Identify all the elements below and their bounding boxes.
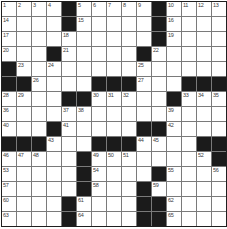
black-cell <box>77 182 91 196</box>
white-cell[interactable] <box>32 32 46 46</box>
white-cell[interactable]: 24 <box>47 62 61 76</box>
white-cell[interactable]: 38 <box>77 107 91 121</box>
clue-number: 6 <box>93 2 96 8</box>
clue-number: 47 <box>18 152 24 158</box>
white-cell[interactable]: 40 <box>2 122 16 136</box>
white-cell[interactable]: 57 <box>2 182 16 196</box>
white-cell[interactable] <box>152 92 166 106</box>
white-cell[interactable]: 62 <box>167 197 181 211</box>
clue-number: 24 <box>48 62 54 68</box>
white-cell[interactable]: 42 <box>167 122 181 136</box>
black-cell <box>152 2 166 16</box>
white-cell[interactable] <box>152 62 166 76</box>
white-cell[interactable]: 11 <box>182 2 196 16</box>
black-cell <box>152 197 166 211</box>
white-cell[interactable] <box>92 197 106 211</box>
white-cell[interactable] <box>47 182 61 196</box>
white-cell[interactable] <box>17 167 31 181</box>
white-cell[interactable]: 46 <box>2 152 16 166</box>
clue-number: 43 <box>48 137 54 143</box>
clue-number: 41 <box>63 122 69 128</box>
black-cell <box>197 137 211 151</box>
clue-number: 20 <box>3 47 9 53</box>
white-cell[interactable]: 50 <box>107 152 121 166</box>
white-cell[interactable]: 34 <box>197 92 211 106</box>
white-cell[interactable]: 26 <box>32 77 46 91</box>
white-cell[interactable]: 10 <box>167 2 181 16</box>
clue-number: 3 <box>33 2 36 8</box>
black-cell <box>137 197 151 211</box>
white-cell[interactable]: 19 <box>167 32 181 46</box>
white-cell[interactable]: 56 <box>212 167 226 181</box>
clue-number: 50 <box>108 152 114 158</box>
white-cell[interactable]: 48 <box>32 152 46 166</box>
white-cell[interactable] <box>167 77 181 91</box>
white-cell[interactable]: 27 <box>137 77 151 91</box>
white-cell[interactable] <box>182 47 196 61</box>
white-cell[interactable] <box>197 47 211 61</box>
white-cell[interactable] <box>167 152 181 166</box>
black-cell <box>32 137 46 151</box>
white-cell[interactable] <box>77 122 91 136</box>
clue-number: 11 <box>183 2 188 8</box>
white-cell[interactable] <box>212 122 226 136</box>
white-cell[interactable] <box>122 17 136 31</box>
clue-number: 1 <box>3 2 6 8</box>
white-cell[interactable] <box>107 182 121 196</box>
white-cell[interactable]: 45 <box>152 137 166 151</box>
white-cell[interactable] <box>92 47 106 61</box>
black-cell <box>62 197 76 211</box>
white-cell[interactable]: 64 <box>77 212 91 226</box>
black-cell <box>107 137 121 151</box>
white-cell[interactable] <box>122 107 136 121</box>
white-cell[interactable] <box>122 47 136 61</box>
clue-number: 40 <box>3 122 9 128</box>
white-cell[interactable] <box>107 212 121 226</box>
white-cell[interactable] <box>152 152 166 166</box>
white-cell[interactable] <box>122 182 136 196</box>
white-cell[interactable]: 60 <box>2 197 16 211</box>
white-cell[interactable] <box>182 107 196 121</box>
white-cell[interactable] <box>32 122 46 136</box>
white-cell[interactable] <box>182 212 196 226</box>
white-cell[interactable] <box>197 107 211 121</box>
white-cell[interactable] <box>32 17 46 31</box>
white-cell[interactable]: 4 <box>47 2 61 16</box>
clue-number: 29 <box>18 92 24 98</box>
white-cell[interactable]: 32 <box>122 92 136 106</box>
white-cell[interactable] <box>167 182 181 196</box>
white-cell[interactable]: 7 <box>107 2 121 16</box>
white-cell[interactable]: 15 <box>77 17 91 31</box>
white-cell[interactable] <box>17 122 31 136</box>
white-cell[interactable] <box>107 167 121 181</box>
black-cell <box>137 212 151 226</box>
white-cell[interactable] <box>47 17 61 31</box>
black-cell <box>17 77 31 91</box>
clue-number: 52 <box>198 152 204 158</box>
clue-number: 4 <box>48 2 51 8</box>
white-cell[interactable]: 36 <box>2 107 16 121</box>
black-cell <box>77 152 91 166</box>
clue-number: 12 <box>198 2 204 8</box>
clue-number: 44 <box>138 137 144 143</box>
clue-number: 61 <box>78 197 84 203</box>
black-cell <box>2 62 16 76</box>
white-cell[interactable] <box>182 62 196 76</box>
clue-number: 62 <box>168 197 174 203</box>
clue-number: 59 <box>153 182 159 188</box>
black-cell <box>137 122 151 136</box>
clue-number: 13 <box>213 2 219 8</box>
white-cell[interactable] <box>77 77 91 91</box>
black-cell <box>62 212 76 226</box>
clue-number: 53 <box>3 167 9 173</box>
white-cell[interactable] <box>92 122 106 136</box>
white-cell[interactable] <box>17 47 31 61</box>
white-cell[interactable]: 29 <box>17 92 31 106</box>
white-cell[interactable] <box>212 182 226 196</box>
clue-number: 60 <box>3 197 9 203</box>
clue-number: 22 <box>153 47 159 53</box>
white-cell[interactable] <box>47 92 61 106</box>
white-cell[interactable]: 5 <box>77 2 91 16</box>
clue-number: 65 <box>168 212 174 218</box>
white-cell[interactable] <box>212 32 226 46</box>
white-cell[interactable]: 30 <box>92 92 106 106</box>
white-cell[interactable]: 37 <box>62 107 76 121</box>
white-cell[interactable] <box>62 62 76 76</box>
white-cell[interactable] <box>182 182 196 196</box>
white-cell[interactable] <box>62 137 76 151</box>
white-cell[interactable] <box>197 17 211 31</box>
white-cell[interactable] <box>137 32 151 46</box>
white-cell[interactable] <box>122 62 136 76</box>
white-cell[interactable]: 23 <box>17 62 31 76</box>
black-cell <box>137 47 151 61</box>
black-cell <box>122 137 136 151</box>
black-cell <box>212 137 226 151</box>
white-cell[interactable] <box>77 62 91 76</box>
white-cell[interactable] <box>92 17 106 31</box>
white-cell[interactable] <box>17 17 31 31</box>
black-cell <box>2 137 16 151</box>
white-cell[interactable] <box>212 107 226 121</box>
white-cell[interactable] <box>182 152 196 166</box>
clue-number: 7 <box>108 2 111 8</box>
clue-number: 28 <box>3 92 9 98</box>
clue-number: 2 <box>18 2 21 8</box>
white-cell[interactable] <box>92 32 106 46</box>
clue-number: 34 <box>198 92 204 98</box>
white-cell[interactable]: 6 <box>92 2 106 16</box>
white-cell[interactable] <box>77 47 91 61</box>
clue-number: 16 <box>168 17 174 23</box>
white-cell[interactable] <box>32 47 46 61</box>
white-cell[interactable]: 47 <box>17 152 31 166</box>
white-cell[interactable] <box>92 107 106 121</box>
white-cell[interactable] <box>92 62 106 76</box>
black-cell <box>62 17 76 31</box>
white-cell[interactable]: 12 <box>197 2 211 16</box>
white-cell[interactable] <box>122 122 136 136</box>
crossword-grid: 1234567891011121314151617181920212223242… <box>1 1 227 227</box>
clue-number: 56 <box>213 167 219 173</box>
white-cell[interactable]: 31 <box>107 92 121 106</box>
clue-number: 45 <box>153 137 159 143</box>
clue-number: 8 <box>123 2 126 8</box>
black-cell <box>212 152 226 166</box>
white-cell[interactable] <box>182 167 196 181</box>
white-cell[interactable]: 59 <box>152 182 166 196</box>
white-cell[interactable] <box>32 197 46 211</box>
white-cell[interactable] <box>77 32 91 46</box>
black-cell <box>2 77 16 91</box>
clue-number: 64 <box>78 212 84 218</box>
white-cell[interactable]: 2 <box>17 2 31 16</box>
clue-number: 57 <box>3 182 9 188</box>
white-cell[interactable] <box>62 152 76 166</box>
white-cell[interactable]: 25 <box>137 62 151 76</box>
white-cell[interactable]: 28 <box>2 92 16 106</box>
clue-number: 14 <box>3 17 9 23</box>
black-cell <box>152 122 166 136</box>
clue-number: 48 <box>33 152 39 158</box>
black-cell <box>92 137 106 151</box>
white-cell[interactable] <box>62 77 76 91</box>
white-cell[interactable] <box>212 197 226 211</box>
white-cell[interactable]: 43 <box>47 137 61 151</box>
clue-number: 51 <box>123 152 129 158</box>
clue-number: 33 <box>183 92 189 98</box>
white-cell[interactable]: 65 <box>167 212 181 226</box>
white-cell[interactable]: 54 <box>92 167 106 181</box>
black-cell <box>47 122 61 136</box>
white-cell[interactable] <box>167 62 181 76</box>
white-cell[interactable]: 13 <box>212 2 226 16</box>
black-cell <box>17 137 31 151</box>
white-cell[interactable] <box>47 32 61 46</box>
clue-number: 23 <box>18 62 24 68</box>
white-cell[interactable]: 55 <box>167 167 181 181</box>
clue-number: 25 <box>138 62 144 68</box>
clue-number: 27 <box>138 77 144 83</box>
white-cell[interactable] <box>197 62 211 76</box>
white-cell[interactable]: 18 <box>62 32 76 46</box>
clue-number: 9 <box>138 2 141 8</box>
white-cell[interactable] <box>122 167 136 181</box>
white-cell[interactable] <box>182 17 196 31</box>
clue-number: 39 <box>168 107 174 113</box>
clue-number: 38 <box>78 107 84 113</box>
white-cell[interactable] <box>107 17 121 31</box>
white-cell[interactable]: 41 <box>62 122 76 136</box>
white-cell[interactable] <box>32 182 46 196</box>
white-cell[interactable] <box>17 182 31 196</box>
white-cell[interactable] <box>137 17 151 31</box>
white-cell[interactable] <box>32 92 46 106</box>
white-cell[interactable] <box>17 197 31 211</box>
white-cell[interactable]: 3 <box>32 2 46 16</box>
clue-number: 63 <box>3 212 9 218</box>
white-cell[interactable] <box>47 167 61 181</box>
white-cell[interactable]: 51 <box>122 152 136 166</box>
clue-number: 10 <box>168 2 174 8</box>
black-cell <box>122 77 136 91</box>
black-cell <box>77 92 91 106</box>
white-cell[interactable]: 52 <box>197 152 211 166</box>
clue-number: 36 <box>3 107 9 113</box>
white-cell[interactable] <box>122 32 136 46</box>
white-cell[interactable]: 61 <box>77 197 91 211</box>
white-cell[interactable] <box>167 137 181 151</box>
black-cell <box>62 92 76 106</box>
white-cell[interactable] <box>197 167 211 181</box>
white-cell[interactable]: 39 <box>167 107 181 121</box>
white-cell[interactable]: 35 <box>212 92 226 106</box>
white-cell[interactable] <box>137 167 151 181</box>
white-cell[interactable] <box>107 62 121 76</box>
white-cell[interactable] <box>197 197 211 211</box>
clue-number: 58 <box>93 182 99 188</box>
clue-number: 54 <box>93 167 99 173</box>
white-cell[interactable] <box>197 122 211 136</box>
clue-number: 21 <box>63 47 69 53</box>
white-cell[interactable] <box>107 122 121 136</box>
white-cell[interactable] <box>212 62 226 76</box>
black-cell <box>167 92 181 106</box>
clue-number: 42 <box>168 122 174 128</box>
white-cell[interactable]: 53 <box>2 167 16 181</box>
clue-number: 15 <box>78 17 84 23</box>
white-cell[interactable] <box>167 47 181 61</box>
clue-number: 26 <box>33 77 39 83</box>
white-cell[interactable]: 8 <box>122 2 136 16</box>
white-cell[interactable]: 33 <box>182 92 196 106</box>
white-cell[interactable] <box>32 212 46 226</box>
white-cell[interactable]: 21 <box>62 47 76 61</box>
white-cell[interactable]: 44 <box>137 137 151 151</box>
white-cell[interactable] <box>182 137 196 151</box>
white-cell[interactable] <box>32 167 46 181</box>
white-cell[interactable]: 1 <box>2 2 16 16</box>
white-cell[interactable]: 9 <box>137 2 151 16</box>
white-cell[interactable] <box>32 107 46 121</box>
clue-number: 35 <box>213 92 219 98</box>
white-cell[interactable]: 14 <box>2 17 16 31</box>
white-cell[interactable] <box>137 107 151 121</box>
black-cell <box>152 167 166 181</box>
white-cell[interactable] <box>122 197 136 211</box>
white-cell[interactable]: 20 <box>2 47 16 61</box>
clue-number: 49 <box>93 152 99 158</box>
black-cell <box>137 182 151 196</box>
white-cell[interactable]: 22 <box>152 47 166 61</box>
white-cell[interactable] <box>17 32 31 46</box>
white-cell[interactable]: 17 <box>2 32 16 46</box>
white-cell[interactable] <box>152 77 166 91</box>
white-cell[interactable] <box>152 107 166 121</box>
black-cell <box>107 77 121 91</box>
white-cell[interactable] <box>137 152 151 166</box>
black-cell <box>77 167 91 181</box>
white-cell[interactable]: 63 <box>2 212 16 226</box>
white-cell[interactable] <box>197 212 211 226</box>
black-cell <box>152 212 166 226</box>
clue-number: 46 <box>3 152 9 158</box>
white-cell[interactable] <box>212 212 226 226</box>
white-cell[interactable] <box>107 32 121 46</box>
white-cell[interactable] <box>182 197 196 211</box>
clue-number: 37 <box>63 107 69 113</box>
white-cell[interactable] <box>107 47 121 61</box>
white-cell[interactable] <box>17 212 31 226</box>
white-cell[interactable] <box>47 212 61 226</box>
white-cell[interactable] <box>62 182 76 196</box>
white-cell[interactable] <box>32 62 46 76</box>
white-cell[interactable] <box>47 77 61 91</box>
white-cell[interactable] <box>77 137 91 151</box>
white-cell[interactable] <box>182 32 196 46</box>
clue-number: 55 <box>168 167 174 173</box>
black-cell <box>152 32 166 46</box>
black-cell <box>92 77 106 91</box>
white-cell[interactable] <box>92 212 106 226</box>
white-cell[interactable] <box>17 107 31 121</box>
white-cell[interactable] <box>212 17 226 31</box>
white-cell[interactable] <box>197 32 211 46</box>
clue-number: 5 <box>78 2 81 8</box>
black-cell <box>212 77 226 91</box>
clue-number: 30 <box>93 92 99 98</box>
white-cell[interactable]: 58 <box>92 182 106 196</box>
white-cell[interactable] <box>212 47 226 61</box>
white-cell[interactable] <box>47 152 61 166</box>
white-cell[interactable] <box>182 122 196 136</box>
black-cell <box>62 2 76 16</box>
black-cell <box>47 47 61 61</box>
white-cell[interactable] <box>122 212 136 226</box>
white-cell[interactable]: 16 <box>167 17 181 31</box>
clue-number: 31 <box>108 92 114 98</box>
white-cell[interactable] <box>47 197 61 211</box>
white-cell[interactable] <box>197 182 211 196</box>
white-cell[interactable] <box>107 107 121 121</box>
black-cell <box>182 77 196 91</box>
white-cell[interactable] <box>62 167 76 181</box>
black-cell <box>197 77 211 91</box>
white-cell[interactable] <box>107 197 121 211</box>
black-cell <box>152 17 166 31</box>
white-cell[interactable] <box>137 92 151 106</box>
clue-number: 32 <box>123 92 129 98</box>
white-cell[interactable] <box>47 107 61 121</box>
white-cell[interactable]: 49 <box>92 152 106 166</box>
clue-number: 17 <box>3 32 9 38</box>
clue-number: 19 <box>168 32 174 38</box>
clue-number: 18 <box>63 32 69 38</box>
